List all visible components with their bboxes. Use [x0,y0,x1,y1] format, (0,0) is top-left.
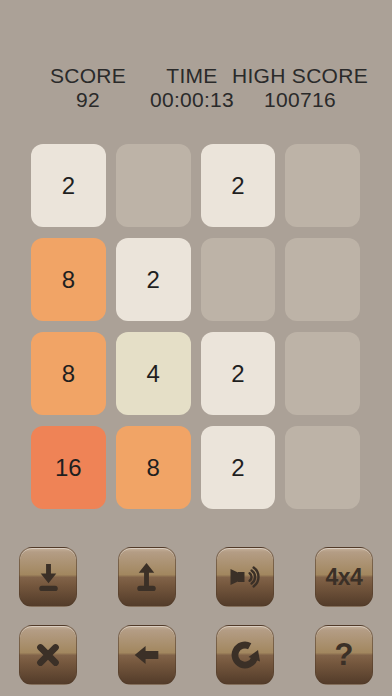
undo-button[interactable] [118,625,176,685]
tile-2: 2 [201,144,276,227]
empty-tile [201,238,276,321]
sound-button[interactable] [216,547,274,607]
grid-size-button[interactable]: 4x4 [315,547,373,607]
score-value: 92 [50,88,126,112]
score-label: SCORE [50,64,126,88]
speaker-icon [227,559,263,595]
time-display: TIME 00:00:13 [150,64,234,112]
empty-tile [116,144,191,227]
save-game-button[interactable] [19,547,77,607]
restart-icon [227,637,263,673]
close-icon [31,638,65,672]
empty-tile [285,332,360,415]
time-value: 00:00:13 [150,88,234,112]
tile-4: 4 [116,332,191,415]
grid-size-label: 4x4 [326,564,363,591]
empty-tile [285,426,360,509]
restart-button[interactable] [216,625,274,685]
help-button[interactable]: ? [315,625,373,685]
toolbar-row-2: ? [19,625,373,685]
game-screen: SCORE 92 TIME 00:00:13 HIGH SCORE 100716… [0,0,392,696]
tile-8: 8 [31,238,106,321]
load-game-button[interactable] [118,547,176,607]
empty-tile [285,238,360,321]
high-score-label: HIGH SCORE [232,64,368,88]
tile-16: 16 [31,426,106,509]
tile-2: 2 [201,332,276,415]
upload-icon [129,560,164,595]
tile-2: 2 [31,144,106,227]
toolbar-row-1: 4x4 [19,547,373,607]
close-button[interactable] [19,625,77,685]
tile-8: 8 [116,426,191,509]
score-display: SCORE 92 [50,64,126,112]
high-score-value: 100716 [232,88,368,112]
download-icon [31,560,66,595]
high-score-display: HIGH SCORE 100716 [232,64,368,112]
time-label: TIME [150,64,234,88]
tile-8: 8 [31,332,106,415]
tile-2: 2 [116,238,191,321]
back-arrow-icon [130,638,164,672]
tile-2: 2 [201,426,276,509]
help-label: ? [335,637,354,673]
empty-tile [285,144,360,227]
board[interactable]: 22828421682 [31,144,360,509]
